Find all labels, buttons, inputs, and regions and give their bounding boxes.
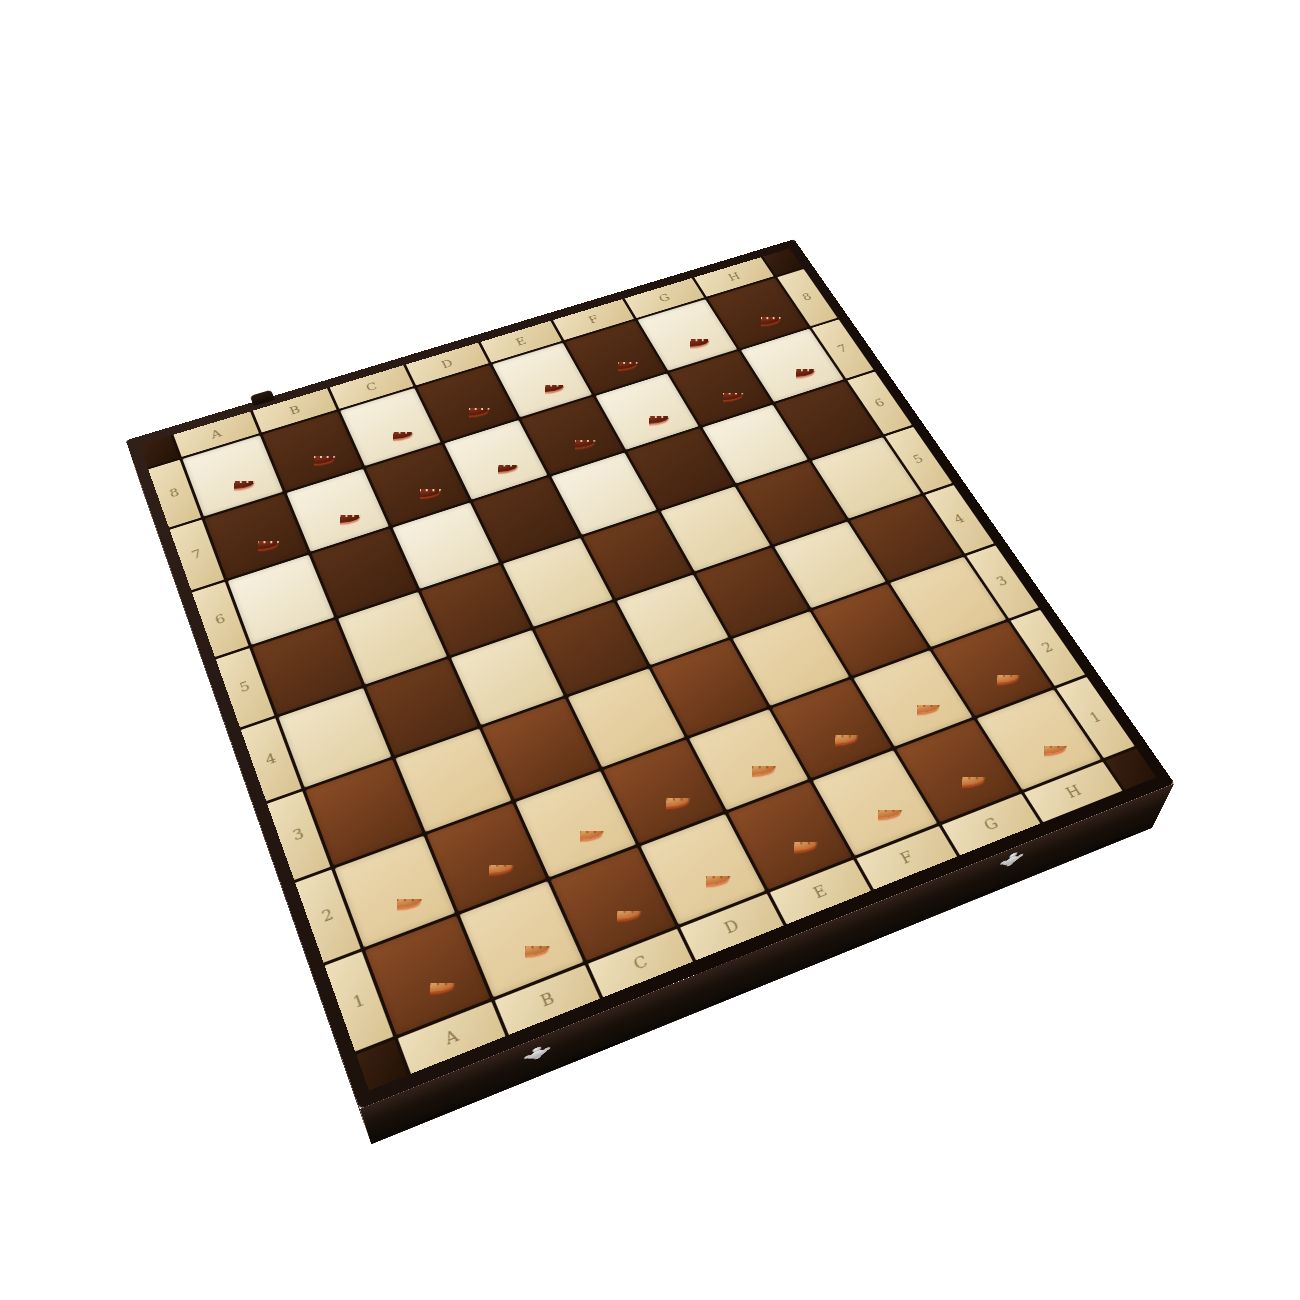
pawn-glyph: ♟: [776, 260, 815, 370]
pawn-glyph: ♟: [399, 374, 440, 490]
rank-label-left-5: 5: [216, 648, 275, 727]
chess-board: ABCDEFGH8♜♞♝♛♚♝♞♜87♟♟♟♟♟♟♟♟7665544332♟♟♟…: [126, 239, 1175, 1109]
pawn-glyph: ♟: [319, 399, 361, 516]
pawn-glyph: ♟: [478, 351, 519, 465]
queen-glyph: ♛: [668, 663, 745, 877]
king-glyph: ♚: [752, 611, 835, 842]
rook-glyph: ♜: [1016, 595, 1070, 746]
chess-set-photo: ABCDEFGH8♜♞♝♛♚♝♞♜87♟♟♟♟♟♟♟♟7665544332♟♟♟…: [0, 0, 1300, 1300]
bishop-glyph: ♝: [581, 716, 651, 911]
pawn-glyph: ♟: [554, 327, 595, 440]
board-frame: ABCDEFGH8♜♞♝♛♚♝♞♜87♟♟♟♟♟♟♟♟7665544332♟♟♟…: [140, 249, 1157, 1091]
bishop-glyph: ♝: [845, 621, 913, 809]
board-rim: ABCDEFGH8♜♞♝♛♚♝♞♜87♟♟♟♟♟♟♟♟7665544332♟♟♟…: [126, 239, 1175, 1109]
rook-glyph: ♜: [401, 818, 460, 983]
pawn-glyph: ♟: [704, 282, 744, 393]
clasp-icon: [522, 1041, 553, 1067]
frame-corner: [356, 1040, 407, 1091]
knight-glyph: ♞: [932, 611, 992, 777]
knight-glyph: ♞: [493, 770, 556, 947]
square-h6[interactable]: [776, 381, 882, 458]
pawn-glyph: ♟: [237, 423, 279, 541]
rank-label-right-6: 6: [847, 372, 911, 434]
pawn-glyph: ♟: [630, 304, 670, 416]
